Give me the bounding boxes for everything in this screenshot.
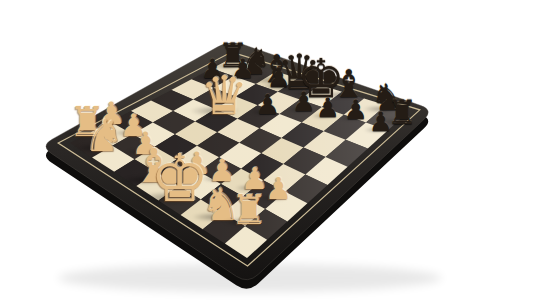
chess-board [0,0,533,300]
product-photo: ♜♞♝♛♚♝♞♜♟♟♟♟♟♟♟♟♛♟♟♟♟♟♟♟♜♞♝♚♞♜ [0,0,533,300]
board-surface [46,43,428,289]
